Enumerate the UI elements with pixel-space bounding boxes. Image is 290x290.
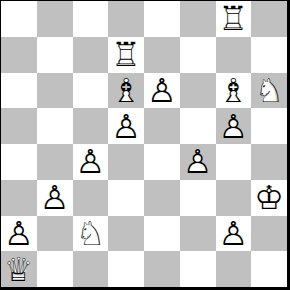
square-e1[interactable] <box>144 251 180 287</box>
square-c2[interactable]: ♞♘ <box>73 216 109 252</box>
square-a2[interactable]: ♟♙ <box>1 216 37 252</box>
white-pawn: ♟♙ <box>73 144 109 180</box>
white-pawn: ♟♙ <box>1 216 37 252</box>
square-h5[interactable] <box>251 108 287 144</box>
square-c7[interactable] <box>73 37 109 73</box>
square-d5[interactable]: ♟♙ <box>108 108 144 144</box>
queen-icon: ♕ <box>4 252 34 287</box>
square-a7[interactable] <box>1 37 37 73</box>
bishop-icon: ♗ <box>111 73 141 108</box>
square-h6[interactable]: ♞♘ <box>251 73 287 109</box>
square-h8[interactable] <box>251 1 287 37</box>
white-knight: ♞♘ <box>251 73 287 109</box>
square-d8[interactable] <box>108 1 144 37</box>
pawn-icon: ♙ <box>147 73 177 108</box>
white-knight: ♞♘ <box>73 216 109 252</box>
square-c8[interactable] <box>73 1 109 37</box>
pawn-icon: ♙ <box>76 144 106 179</box>
square-c5[interactable] <box>73 108 109 144</box>
bishop-icon: ♗ <box>219 73 249 108</box>
pawn-icon: ♙ <box>111 109 141 144</box>
knight-icon: ♘ <box>254 73 284 108</box>
white-bishop: ♝♗ <box>216 73 252 109</box>
square-e5[interactable] <box>144 108 180 144</box>
pawn-icon: ♙ <box>4 216 34 251</box>
square-c1[interactable] <box>73 251 109 287</box>
square-e4[interactable] <box>144 144 180 180</box>
square-f8[interactable] <box>180 1 216 37</box>
white-pawn: ♟♙ <box>180 144 216 180</box>
square-d7[interactable]: ♜♖ <box>108 37 144 73</box>
square-f7[interactable] <box>180 37 216 73</box>
square-b8[interactable] <box>37 1 73 37</box>
square-c4[interactable]: ♟♙ <box>73 144 109 180</box>
rook-icon: ♖ <box>111 37 141 72</box>
square-f2[interactable] <box>180 216 216 252</box>
square-d2[interactable] <box>108 216 144 252</box>
white-pawn: ♟♙ <box>37 180 73 216</box>
square-f3[interactable] <box>180 180 216 216</box>
square-e7[interactable] <box>144 37 180 73</box>
white-rook: ♜♖ <box>108 37 144 73</box>
square-g1[interactable] <box>216 251 252 287</box>
square-a5[interactable] <box>1 108 37 144</box>
square-a1[interactable]: ♛♕ <box>1 251 37 287</box>
square-f5[interactable] <box>180 108 216 144</box>
square-d4[interactable] <box>108 144 144 180</box>
square-g3[interactable] <box>216 180 252 216</box>
white-pawn: ♟♙ <box>216 108 252 144</box>
square-a3[interactable] <box>1 180 37 216</box>
square-g4[interactable] <box>216 144 252 180</box>
square-e3[interactable] <box>144 180 180 216</box>
chess-board-frame: ♜♖♜♖♝♗♟♙♝♗♞♘♟♙♟♙♟♙♟♙♟♙♚♔♟♙♞♘♟♙♛♕ <box>0 0 290 290</box>
square-h1[interactable] <box>251 251 287 287</box>
square-b4[interactable] <box>37 144 73 180</box>
pawn-icon: ♙ <box>183 144 213 179</box>
square-b1[interactable] <box>37 251 73 287</box>
square-a8[interactable] <box>1 1 37 37</box>
square-g2[interactable]: ♟♙ <box>216 216 252 252</box>
square-h7[interactable] <box>251 37 287 73</box>
square-e6[interactable]: ♟♙ <box>144 73 180 109</box>
square-g6[interactable]: ♝♗ <box>216 73 252 109</box>
pawn-icon: ♙ <box>219 216 249 251</box>
white-bishop: ♝♗ <box>108 73 144 109</box>
square-h3[interactable]: ♚♔ <box>251 180 287 216</box>
square-h2[interactable] <box>251 216 287 252</box>
square-b6[interactable] <box>37 73 73 109</box>
square-f1[interactable] <box>180 251 216 287</box>
rook-icon: ♖ <box>219 1 249 36</box>
king-icon: ♔ <box>254 180 284 215</box>
white-rook: ♜♖ <box>216 1 252 37</box>
white-pawn: ♟♙ <box>216 216 252 252</box>
square-d1[interactable] <box>108 251 144 287</box>
knight-icon: ♘ <box>76 216 106 251</box>
square-f6[interactable] <box>180 73 216 109</box>
square-e8[interactable] <box>144 1 180 37</box>
square-a6[interactable] <box>1 73 37 109</box>
chess-board: ♜♖♜♖♝♗♟♙♝♗♞♘♟♙♟♙♟♙♟♙♟♙♚♔♟♙♞♘♟♙♛♕ <box>1 1 287 287</box>
square-b7[interactable] <box>37 37 73 73</box>
square-h4[interactable] <box>251 144 287 180</box>
white-queen: ♛♕ <box>1 251 37 287</box>
square-b3[interactable]: ♟♙ <box>37 180 73 216</box>
pawn-icon: ♙ <box>219 109 249 144</box>
square-d6[interactable]: ♝♗ <box>108 73 144 109</box>
square-f4[interactable]: ♟♙ <box>180 144 216 180</box>
square-d3[interactable] <box>108 180 144 216</box>
square-a4[interactable] <box>1 144 37 180</box>
square-e2[interactable] <box>144 216 180 252</box>
square-g7[interactable] <box>216 37 252 73</box>
square-b5[interactable] <box>37 108 73 144</box>
square-b2[interactable] <box>37 216 73 252</box>
square-g8[interactable]: ♜♖ <box>216 1 252 37</box>
square-g5[interactable]: ♟♙ <box>216 108 252 144</box>
white-pawn: ♟♙ <box>144 73 180 109</box>
square-c3[interactable] <box>73 180 109 216</box>
white-king: ♚♔ <box>251 180 287 216</box>
white-pawn: ♟♙ <box>108 108 144 144</box>
pawn-icon: ♙ <box>40 180 70 215</box>
square-c6[interactable] <box>73 73 109 109</box>
